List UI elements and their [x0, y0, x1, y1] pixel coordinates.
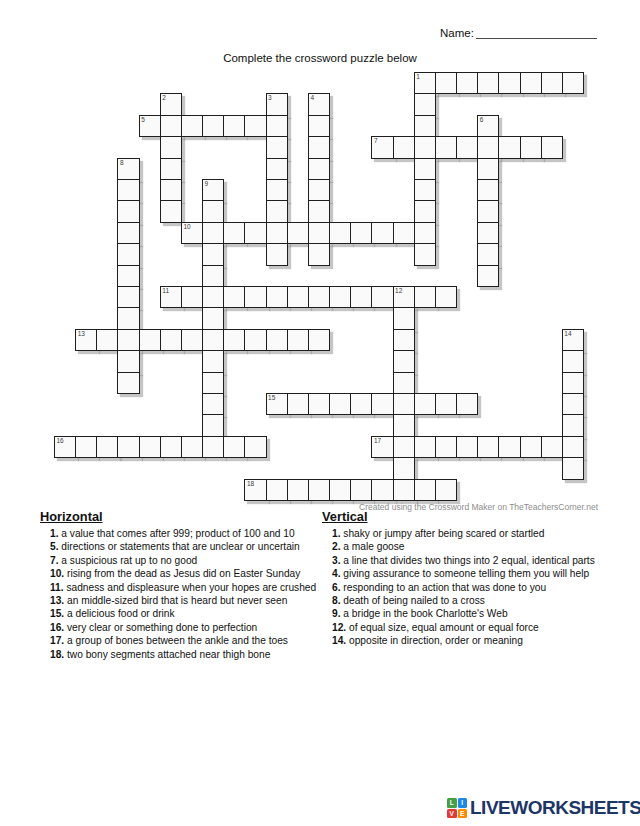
logo-tile: V	[447, 809, 457, 819]
grid-cell[interactable]	[435, 136, 457, 158]
grid-cell[interactable]	[371, 222, 393, 244]
logo-tile: I	[458, 798, 468, 808]
grid-cell[interactable]	[117, 329, 139, 351]
grid-cell[interactable]	[562, 457, 584, 479]
grid-cell[interactable]	[414, 222, 436, 244]
grid-cell[interactable]: 14	[562, 329, 584, 351]
grid-cell[interactable]	[96, 329, 118, 351]
grid-cell[interactable]	[202, 265, 224, 287]
grid-cell[interactable]	[393, 307, 415, 329]
horizontal-clues-section: Horizontal 1. a value that comes after 9…	[40, 509, 320, 661]
grid-cell[interactable]	[393, 372, 415, 394]
grid-cell[interactable]	[117, 372, 139, 394]
grid-cell[interactable]	[350, 286, 372, 308]
grid-cell[interactable]: 15	[266, 393, 288, 415]
horizontal-heading: Horizontal	[40, 509, 320, 524]
grid-cell[interactable]	[393, 329, 415, 351]
grid-cell[interactable]	[287, 393, 309, 415]
grid-cell[interactable]	[202, 393, 224, 415]
clue-number: 5	[141, 116, 145, 123]
grid-cell[interactable]	[414, 93, 436, 115]
grid-cell[interactable]	[223, 436, 245, 458]
grid-cell[interactable]	[266, 479, 288, 501]
logo-tile: E	[458, 809, 468, 819]
clue-item: 2. a male goose	[322, 540, 624, 553]
clue-number: 16	[57, 437, 64, 444]
grid-cell[interactable]	[266, 158, 288, 180]
clue-item: 6. responding to an action that was done…	[322, 581, 624, 594]
grid-cell[interactable]	[456, 436, 478, 458]
clue-number: 7	[374, 137, 378, 144]
grid-cell[interactable]	[393, 350, 415, 372]
clue-item: 18. two bony segments attached near thig…	[40, 648, 320, 661]
clue-number: 15	[268, 394, 275, 401]
grid-cell[interactable]	[393, 136, 415, 158]
grid-cell[interactable]	[456, 136, 478, 158]
grid-cell[interactable]	[266, 136, 288, 158]
grid-cell[interactable]: 10	[181, 222, 203, 244]
grid-cell[interactable]	[160, 115, 182, 137]
grid-cell[interactable]	[181, 286, 203, 308]
grid-cell[interactable]	[266, 115, 288, 137]
clue-item: 12. of equal size, equal amount or equal…	[322, 621, 624, 634]
clue-item: 15. a delicious food or drink	[40, 607, 320, 620]
clue-item: 17. a group of bones between the ankle a…	[40, 634, 320, 647]
grid-cell[interactable]	[350, 393, 372, 415]
grid-cell[interactable]	[308, 286, 330, 308]
grid-cell[interactable]	[266, 286, 288, 308]
grid-cell[interactable]	[393, 457, 415, 479]
grid-cell[interactable]	[541, 436, 563, 458]
grid-cell[interactable]	[139, 329, 161, 351]
grid-cell[interactable]	[223, 329, 245, 351]
grid-cell[interactable]	[223, 115, 245, 137]
grid-cell[interactable]	[477, 222, 499, 244]
grid-cell[interactable]	[266, 222, 288, 244]
grid-cell[interactable]	[456, 393, 478, 415]
grid-cell[interactable]: 17	[371, 436, 393, 458]
grid-cell[interactable]	[202, 414, 224, 436]
grid-cell[interactable]	[414, 436, 436, 458]
grid-cell[interactable]	[181, 115, 203, 137]
horizontal-clue-list: 1. a value that comes after 999; product…	[40, 527, 320, 661]
grid-cell[interactable]	[435, 286, 457, 308]
grid-cell[interactable]	[160, 136, 182, 158]
clue-item: 11. sadness and displeasure when your ho…	[40, 581, 320, 594]
grid-cell[interactable]	[477, 265, 499, 287]
clue-item: 9. a bridge in the book Charlotte's Web	[322, 607, 624, 620]
clue-item: 5. directions or statements that are unc…	[40, 540, 320, 553]
clue-item: 3. a line that divides two things into 2…	[322, 554, 624, 567]
grid-cell[interactable]	[371, 286, 393, 308]
grid-cell[interactable]	[117, 179, 139, 201]
grid-cell[interactable]	[117, 436, 139, 458]
grid-cell[interactable]: 7	[371, 136, 393, 158]
grid-cell[interactable]	[308, 115, 330, 137]
grid-cell[interactable]	[456, 72, 478, 94]
grid-cell[interactable]	[329, 222, 351, 244]
clue-item: 13. an middle-sized bird that is heard b…	[40, 594, 320, 607]
grid-cell[interactable]	[308, 243, 330, 265]
grid-cell[interactable]: 12	[393, 286, 415, 308]
grid-cell[interactable]	[117, 286, 139, 308]
clue-item: 1. shaky or jumpy after being scared or …	[322, 527, 624, 540]
grid-cell[interactable]	[202, 243, 224, 265]
grid-cell[interactable]	[350, 222, 372, 244]
grid-cell[interactable]	[117, 265, 139, 287]
grid-cell[interactable]	[414, 286, 436, 308]
grid-cell[interactable]	[498, 436, 520, 458]
grid-cell[interactable]	[329, 286, 351, 308]
clue-item: 16. very clear or something done to perf…	[40, 621, 320, 634]
grid-cell[interactable]: 18	[244, 479, 266, 501]
grid-cell[interactable]	[287, 286, 309, 308]
grid-cell[interactable]	[287, 329, 309, 351]
worksheet-page: Name: Complete the crossword puzzle belo…	[0, 0, 640, 826]
grid-cell[interactable]	[202, 222, 224, 244]
grid-cell[interactable]	[117, 307, 139, 329]
grid-cell[interactable]	[202, 115, 224, 137]
grid-cell[interactable]	[393, 414, 415, 436]
grid-cell[interactable]	[371, 393, 393, 415]
grid-cell[interactable]	[202, 329, 224, 351]
grid-cell[interactable]	[562, 414, 584, 436]
clue-number: 9	[205, 180, 209, 187]
grid-cell[interactable]	[160, 329, 182, 351]
grid-cell[interactable]	[117, 222, 139, 244]
grid-cell[interactable]: 8	[117, 158, 139, 180]
vertical-clues-section: Vertical 1. shaky or jumpy after being s…	[322, 509, 624, 648]
grid-cell[interactable]: 1	[414, 72, 436, 94]
clue-item: 4. giving assurance to someone telling t…	[322, 567, 624, 580]
grid-cell[interactable]	[477, 136, 499, 158]
clue-number: 14	[564, 330, 571, 337]
grid-cell[interactable]	[562, 393, 584, 415]
grid-cell[interactable]: 5	[139, 115, 161, 137]
grid-cell[interactable]	[498, 72, 520, 94]
grid-cell[interactable]	[244, 329, 266, 351]
grid-cell[interactable]	[435, 393, 457, 415]
logo-text: LIVEWORKSHEETS	[470, 797, 640, 819]
grid-cell[interactable]	[160, 436, 182, 458]
grid-cell[interactable]	[498, 136, 520, 158]
grid-cell[interactable]	[287, 222, 309, 244]
grid-cell[interactable]	[541, 72, 563, 94]
grid-cell[interactable]	[371, 479, 393, 501]
grid-cell[interactable]: 9	[202, 179, 224, 201]
vertical-heading: Vertical	[322, 509, 624, 524]
grid-cell[interactable]	[393, 479, 415, 501]
grid-cell[interactable]: 6	[477, 115, 499, 137]
clue-number: 2	[162, 94, 166, 101]
grid-cell[interactable]	[160, 179, 182, 201]
clue-item: 7. a suspicious rat up to no good	[40, 554, 320, 567]
grid-cell[interactable]	[414, 158, 436, 180]
grid-cell[interactable]	[244, 115, 266, 137]
grid-cell[interactable]: 11	[160, 286, 182, 308]
grid-cell[interactable]	[414, 243, 436, 265]
grid-cell[interactable]	[202, 200, 224, 222]
grid-cell[interactable]	[477, 179, 499, 201]
grid-cell[interactable]	[160, 158, 182, 180]
grid-cell[interactable]	[414, 393, 436, 415]
grid-cell[interactable]	[329, 479, 351, 501]
grid-cell[interactable]	[393, 393, 415, 415]
clue-item: 14. opposite in direction, order or mean…	[322, 634, 624, 647]
clue-number: 17	[374, 437, 381, 444]
grid-cell[interactable]	[160, 200, 182, 222]
grid-cell[interactable]	[308, 200, 330, 222]
grid-cell[interactable]	[266, 179, 288, 201]
grid-cell[interactable]	[562, 350, 584, 372]
grid-cell[interactable]	[244, 222, 266, 244]
logo-tile: L	[447, 798, 457, 808]
grid-cell[interactable]	[202, 350, 224, 372]
grid-cell[interactable]	[414, 115, 436, 137]
grid-cell[interactable]	[393, 222, 415, 244]
grid-cell[interactable]	[181, 329, 203, 351]
grid-cell[interactable]	[308, 393, 330, 415]
grid-cell[interactable]	[96, 436, 118, 458]
grid-cell[interactable]	[393, 436, 415, 458]
grid-cell[interactable]	[202, 372, 224, 394]
grid-cell[interactable]	[414, 179, 436, 201]
grid-cell[interactable]	[435, 436, 457, 458]
grid-cell[interactable]: 2	[160, 93, 182, 115]
clue-number: 3	[268, 94, 272, 101]
grid-cell[interactable]	[308, 329, 330, 351]
clue-number: 13	[78, 330, 85, 337]
grid-cell[interactable]: 13	[75, 329, 97, 351]
grid-cell[interactable]	[308, 136, 330, 158]
clue-number: 4	[310, 94, 314, 101]
grid-cell[interactable]	[520, 436, 542, 458]
grid-cell[interactable]	[414, 200, 436, 222]
grid-cell[interactable]	[520, 72, 542, 94]
clue-number: 12	[395, 287, 402, 294]
grid-cell[interactable]	[266, 243, 288, 265]
vertical-clue-list: 1. shaky or jumpy after being scared or …	[322, 527, 624, 648]
grid-cell[interactable]	[562, 372, 584, 394]
grid-cell[interactable]	[308, 479, 330, 501]
grid-cell[interactable]: 3	[266, 93, 288, 115]
grid-cell[interactable]	[435, 72, 457, 94]
grid-cell[interactable]	[244, 436, 266, 458]
liveworksheets-icon: LIVE	[447, 798, 467, 818]
crossword-grid: 123456789101112131415161718	[0, 0, 640, 510]
grid-cell[interactable]	[287, 479, 309, 501]
grid-cell[interactable]	[308, 158, 330, 180]
grid-cell[interactable]: 4	[308, 93, 330, 115]
grid-cell[interactable]	[477, 72, 499, 94]
grid-cell[interactable]	[477, 243, 499, 265]
grid-cell[interactable]	[477, 200, 499, 222]
grid-cell[interactable]	[181, 436, 203, 458]
clue-item: 1. a value that comes after 999; product…	[40, 527, 320, 540]
grid-cell[interactable]	[202, 307, 224, 329]
grid-cell[interactable]	[329, 393, 351, 415]
grid-cell[interactable]	[223, 222, 245, 244]
grid-cell[interactable]	[477, 158, 499, 180]
grid-cell[interactable]	[308, 179, 330, 201]
clue-item: 10. rising from the dead as Jesus did on…	[40, 567, 320, 580]
grid-cell[interactable]	[414, 136, 436, 158]
grid-cell[interactable]	[202, 286, 224, 308]
grid-cell[interactable]	[117, 200, 139, 222]
grid-cell[interactable]	[562, 436, 584, 458]
clue-number: 6	[480, 116, 484, 123]
clue-number: 8	[120, 159, 124, 166]
grid-cell[interactable]	[435, 479, 457, 501]
grid-cell[interactable]	[266, 200, 288, 222]
grid-cell[interactable]	[562, 72, 584, 94]
grid-cell[interactable]	[266, 329, 288, 351]
grid-cell[interactable]	[477, 436, 499, 458]
grid-cell[interactable]	[202, 436, 224, 458]
clue-number: 18	[247, 480, 254, 487]
grid-cell[interactable]	[223, 286, 245, 308]
clue-number: 1	[416, 73, 420, 80]
liveworksheets-logo[interactable]: LIVE LIVEWORKSHEETS	[447, 797, 640, 819]
grid-cell[interactable]	[117, 243, 139, 265]
grid-cell[interactable]	[541, 136, 563, 158]
grid-cell[interactable]	[350, 479, 372, 501]
grid-cell[interactable]	[308, 222, 330, 244]
clue-number: 10	[183, 223, 190, 230]
clue-number: 11	[162, 287, 169, 294]
grid-cell[interactable]	[75, 436, 97, 458]
grid-cell[interactable]	[414, 479, 436, 501]
grid-cell[interactable]	[520, 136, 542, 158]
grid-cell[interactable]: 16	[54, 436, 76, 458]
grid-cell[interactable]	[117, 350, 139, 372]
grid-cell[interactable]	[139, 436, 161, 458]
clue-item: 8. death of being nailed to a cross	[322, 594, 624, 607]
grid-cell[interactable]	[244, 286, 266, 308]
